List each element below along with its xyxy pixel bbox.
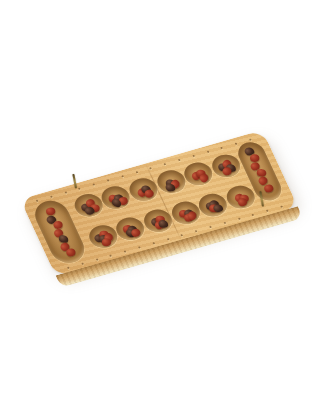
peg-hole bbox=[121, 175, 124, 177]
peg-hole bbox=[192, 154, 195, 156]
peg-hole bbox=[249, 138, 252, 140]
peg-hole bbox=[220, 146, 223, 148]
peg-hole bbox=[180, 234, 183, 236]
peg-hole bbox=[81, 262, 84, 264]
peg-hole bbox=[223, 221, 226, 223]
peg-hole bbox=[92, 183, 95, 185]
product-photo bbox=[0, 0, 315, 415]
pit-top-5[interactable] bbox=[180, 160, 216, 189]
peg-hole bbox=[124, 250, 127, 252]
peg-hole bbox=[109, 254, 112, 256]
peg-hole bbox=[266, 209, 269, 211]
peg-hole bbox=[252, 213, 255, 215]
pit-bottom-5[interactable] bbox=[195, 191, 231, 220]
mancala-board bbox=[20, 130, 303, 288]
stone-red bbox=[143, 189, 155, 199]
peg-hole bbox=[206, 150, 209, 152]
stone-red bbox=[263, 184, 275, 193]
peg-hole bbox=[280, 205, 283, 207]
peg-hole bbox=[235, 142, 238, 144]
stone-red bbox=[249, 154, 259, 162]
pit-top-3[interactable] bbox=[126, 175, 162, 204]
peg-hole bbox=[138, 246, 141, 248]
peg-hole bbox=[178, 158, 181, 160]
pit-top-2[interactable] bbox=[98, 183, 134, 212]
stone-dark bbox=[158, 220, 169, 228]
peg-hole bbox=[50, 195, 53, 197]
peg-hole bbox=[95, 258, 98, 260]
stone-red bbox=[45, 207, 56, 215]
peg-hole bbox=[166, 238, 169, 240]
stone-red bbox=[65, 248, 76, 257]
brass-peg-left bbox=[72, 174, 77, 188]
peg-hole bbox=[163, 162, 166, 164]
peg-hole bbox=[237, 217, 240, 219]
peg-hole bbox=[152, 242, 155, 244]
stone-red bbox=[101, 238, 112, 246]
peg-hole bbox=[78, 187, 81, 189]
peg-hole bbox=[67, 266, 70, 268]
peg-hole bbox=[195, 229, 198, 231]
peg-hole bbox=[107, 179, 110, 181]
peg-hole bbox=[135, 171, 138, 173]
peg-hole bbox=[209, 225, 212, 227]
peg-hole bbox=[35, 199, 38, 201]
pit-bottom-2[interactable] bbox=[112, 214, 148, 243]
peg-hole bbox=[149, 167, 152, 169]
pit-bottom-3[interactable] bbox=[140, 206, 176, 235]
peg-hole bbox=[64, 191, 67, 193]
